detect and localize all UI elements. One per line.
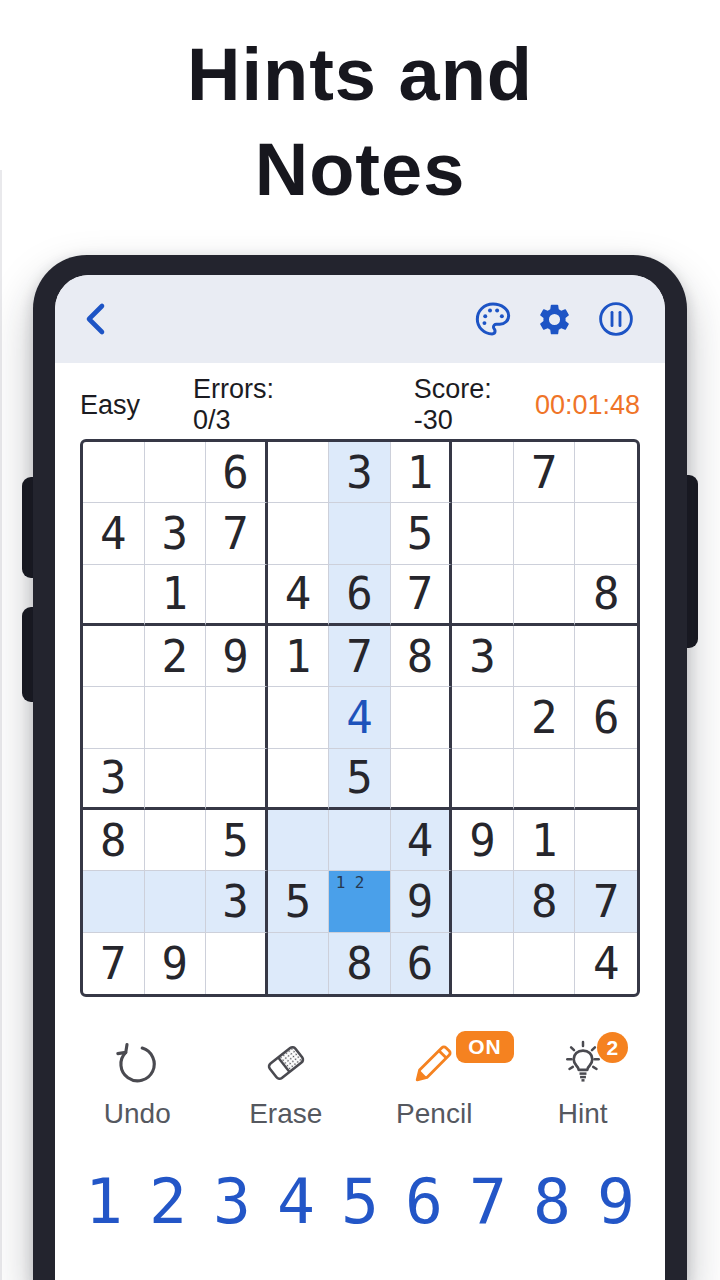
score-label: Score: -30 — [414, 374, 535, 436]
cell-r9c7[interactable] — [452, 933, 514, 994]
hint-button[interactable]: Hint 2 — [509, 1037, 658, 1130]
cell-r8c1[interactable] — [83, 871, 145, 932]
cell-r2c1[interactable]: 4 — [83, 503, 145, 564]
hint-label: Hint — [558, 1098, 608, 1130]
cell-r1c9[interactable] — [575, 442, 637, 503]
cell-r7c1[interactable]: 8 — [83, 810, 145, 871]
cell-r6c2[interactable] — [145, 749, 207, 810]
cell-r1c8[interactable]: 7 — [514, 442, 576, 503]
cell-r4c6[interactable]: 8 — [391, 626, 453, 687]
cell-r4c7[interactable]: 3 — [452, 626, 514, 687]
cell-r5c8[interactable]: 2 — [514, 687, 576, 748]
cell-r7c2[interactable] — [145, 810, 207, 871]
cell-r2c7[interactable] — [452, 503, 514, 564]
numpad-3[interactable]: 3 — [213, 1170, 251, 1233]
cell-r4c3[interactable]: 9 — [206, 626, 268, 687]
cell-r2c3[interactable]: 7 — [206, 503, 268, 564]
pencil-on-badge: ON — [456, 1031, 514, 1063]
cell-r8c2[interactable] — [145, 871, 207, 932]
cell-r6c8[interactable] — [514, 749, 576, 810]
numpad-1[interactable]: 1 — [85, 1170, 123, 1233]
cell-r6c4[interactable] — [268, 749, 330, 810]
cell-r5c9[interactable]: 6 — [575, 687, 637, 748]
app-screen: Easy Errors: 0/3 Score: -30 00:01:48 631… — [55, 275, 665, 1280]
cell-r1c4[interactable] — [268, 442, 330, 503]
numpad-4[interactable]: 4 — [277, 1170, 315, 1233]
cell-r1c1[interactable] — [83, 442, 145, 503]
cell-r9c4[interactable] — [268, 933, 330, 994]
cell-r6c7[interactable] — [452, 749, 514, 810]
cell-r3c5[interactable]: 6 — [329, 565, 391, 626]
numpad-7[interactable]: 7 — [469, 1170, 507, 1233]
cell-r8c7[interactable] — [452, 871, 514, 932]
cell-r8c5[interactable]: 12 — [329, 871, 391, 932]
toolbar: Undo — [55, 1037, 665, 1130]
undo-button[interactable]: Undo — [63, 1037, 212, 1130]
cell-r8c8[interactable]: 8 — [514, 871, 576, 932]
cell-r1c2[interactable] — [145, 442, 207, 503]
cell-r2c5[interactable] — [329, 503, 391, 564]
cell-r4c2[interactable]: 2 — [145, 626, 207, 687]
numpad-2[interactable]: 2 — [149, 1170, 187, 1233]
page-title: Hints and Notes — [0, 28, 720, 217]
cell-r4c4[interactable]: 1 — [268, 626, 330, 687]
cell-r5c1[interactable] — [83, 687, 145, 748]
cell-r1c5[interactable]: 3 — [329, 442, 391, 503]
pencil-notes: 12 — [331, 873, 388, 929]
cell-r3c9[interactable]: 8 — [575, 565, 637, 626]
cell-r7c7[interactable]: 9 — [452, 810, 514, 871]
cell-r6c5[interactable]: 5 — [329, 749, 391, 810]
cell-r7c5[interactable] — [329, 810, 391, 871]
sudoku-board: 6317437514678291783426358549135129877986… — [80, 439, 640, 997]
undo-icon — [112, 1037, 162, 1093]
cell-r1c7[interactable] — [452, 442, 514, 503]
cell-r7c4[interactable] — [268, 810, 330, 871]
cell-r4c5[interactable]: 7 — [329, 626, 391, 687]
cell-r6c9[interactable] — [575, 749, 637, 810]
pencil-label: Pencil — [396, 1098, 472, 1130]
numpad-8[interactable]: 8 — [533, 1170, 571, 1233]
hint-count-badge: 2 — [597, 1032, 628, 1063]
cell-r8c4[interactable]: 5 — [268, 871, 330, 932]
cell-r5c6[interactable] — [391, 687, 453, 748]
appbar — [55, 275, 665, 363]
cell-r2c4[interactable] — [268, 503, 330, 564]
cell-r2c8[interactable] — [514, 503, 576, 564]
cell-r8c9[interactable]: 7 — [575, 871, 637, 932]
pause-icon[interactable] — [597, 300, 635, 338]
numpad-6[interactable]: 6 — [405, 1170, 443, 1233]
difficulty-label: Easy — [80, 390, 140, 421]
cell-r7c6[interactable]: 4 — [391, 810, 453, 871]
cell-r9c5[interactable]: 8 — [329, 933, 391, 994]
left-edge-divider — [0, 170, 2, 1280]
cell-r4c8[interactable] — [514, 626, 576, 687]
cell-r1c6[interactable]: 1 — [391, 442, 453, 503]
cell-r3c7[interactable] — [452, 565, 514, 626]
errors-label: Errors: 0/3 — [193, 374, 316, 436]
phone-frame: Easy Errors: 0/3 Score: -30 00:01:48 631… — [33, 255, 687, 1280]
cell-r7c3[interactable]: 5 — [206, 810, 268, 871]
cell-r5c7[interactable] — [452, 687, 514, 748]
cell-r9c9[interactable]: 4 — [575, 933, 637, 994]
cell-r4c1[interactable] — [83, 626, 145, 687]
eraser-icon — [260, 1037, 312, 1093]
cell-r9c8[interactable] — [514, 933, 576, 994]
numpad-5[interactable]: 5 — [341, 1170, 379, 1233]
cell-r8c6[interactable]: 9 — [391, 871, 453, 932]
cell-r6c3[interactable] — [206, 749, 268, 810]
cell-r2c6[interactable]: 5 — [391, 503, 453, 564]
numpad-9[interactable]: 9 — [597, 1170, 635, 1233]
erase-label: Erase — [249, 1098, 322, 1130]
erase-button[interactable]: Erase — [212, 1037, 361, 1130]
cell-r3c8[interactable] — [514, 565, 576, 626]
cell-r1c3[interactable]: 6 — [206, 442, 268, 503]
back-chevron-icon[interactable] — [81, 299, 111, 339]
cell-r5c3[interactable] — [206, 687, 268, 748]
pencil-icon — [408, 1037, 460, 1093]
cell-r4c9[interactable] — [575, 626, 637, 687]
cell-r5c2[interactable] — [145, 687, 207, 748]
timer-value: 00:01:48 — [535, 390, 640, 421]
pencil-button[interactable]: Pencil ON — [360, 1037, 509, 1130]
status-bar: Easy Errors: 0/3 Score: -30 00:01:48 — [55, 389, 665, 421]
cell-r8c3[interactable]: 3 — [206, 871, 268, 932]
undo-label: Undo — [104, 1098, 171, 1130]
cell-r5c4[interactable] — [268, 687, 330, 748]
cell-r7c9[interactable] — [575, 810, 637, 871]
cell-r5c5[interactable]: 4 — [329, 687, 391, 748]
cell-r3c4[interactable]: 4 — [268, 565, 330, 626]
cell-r2c2[interactable]: 3 — [145, 503, 207, 564]
cell-r7c8[interactable]: 1 — [514, 810, 576, 871]
cell-r9c1[interactable]: 7 — [83, 933, 145, 994]
cell-r3c3[interactable] — [206, 565, 268, 626]
cell-r9c3[interactable] — [206, 933, 268, 994]
cell-r3c2[interactable]: 1 — [145, 565, 207, 626]
number-pad: 123456789 — [55, 1170, 665, 1233]
cell-r6c6[interactable] — [391, 749, 453, 810]
gear-icon[interactable] — [536, 301, 573, 338]
palette-icon[interactable] — [474, 300, 512, 338]
cell-r9c6[interactable]: 6 — [391, 933, 453, 994]
cell-r2c9[interactable] — [575, 503, 637, 564]
cell-r9c2[interactable]: 9 — [145, 933, 207, 994]
cell-r6c1[interactable]: 3 — [83, 749, 145, 810]
cell-r3c6[interactable]: 7 — [391, 565, 453, 626]
cell-r3c1[interactable] — [83, 565, 145, 626]
